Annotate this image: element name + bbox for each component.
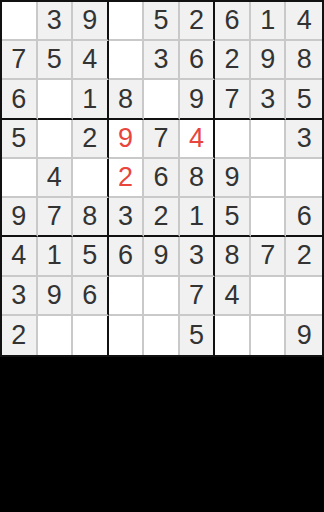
cell-r4c8[interactable] — [251, 120, 287, 159]
cell-r5c7[interactable]: 9 — [215, 159, 251, 198]
cell-r1c7[interactable]: 6 — [215, 2, 251, 41]
sudoku-board: 3952614754362986189735529743426899783215… — [0, 0, 324, 357]
cell-r3c6[interactable]: 9 — [180, 80, 216, 119]
cell-r4c2[interactable] — [38, 120, 74, 159]
cell-r3c7[interactable]: 7 — [215, 80, 251, 119]
cell-r9c2[interactable] — [38, 316, 74, 355]
cell-r2c8[interactable]: 9 — [251, 41, 287, 80]
cell-r5c3[interactable] — [73, 159, 109, 198]
cell-r1c4[interactable] — [109, 2, 145, 41]
cell-r5c4[interactable]: 2 — [109, 159, 145, 198]
cell-r1c3[interactable]: 9 — [73, 2, 109, 41]
cell-r3c5[interactable] — [144, 80, 180, 119]
cell-r2c7[interactable]: 2 — [215, 41, 251, 80]
cell-r4c9[interactable]: 3 — [286, 120, 322, 159]
cell-r8c6[interactable]: 7 — [180, 277, 216, 316]
cell-r9c3[interactable] — [73, 316, 109, 355]
cell-r3c9[interactable]: 5 — [286, 80, 322, 119]
cell-r9c4[interactable] — [109, 316, 145, 355]
cell-r7c9[interactable]: 2 — [286, 237, 322, 276]
cell-r9c1[interactable]: 2 — [2, 316, 38, 355]
cell-r1c1[interactable] — [2, 2, 38, 41]
cell-r5c8[interactable] — [251, 159, 287, 198]
cell-r3c3[interactable]: 1 — [73, 80, 109, 119]
cell-r6c6[interactable]: 1 — [180, 198, 216, 237]
cell-r2c9[interactable]: 8 — [286, 41, 322, 80]
cell-r7c7[interactable]: 8 — [215, 237, 251, 276]
cell-r7c1[interactable]: 4 — [2, 237, 38, 276]
cell-r3c1[interactable]: 6 — [2, 80, 38, 119]
cell-r4c5[interactable]: 7 — [144, 120, 180, 159]
cell-r7c8[interactable]: 7 — [251, 237, 287, 276]
cell-r6c8[interactable] — [251, 198, 287, 237]
cell-r4c6[interactable]: 4 — [180, 120, 216, 159]
cell-r6c5[interactable]: 2 — [144, 198, 180, 237]
cell-r9c5[interactable] — [144, 316, 180, 355]
cell-r8c9[interactable] — [286, 277, 322, 316]
cell-r4c7[interactable] — [215, 120, 251, 159]
cell-r5c6[interactable]: 8 — [180, 159, 216, 198]
cell-r8c7[interactable]: 4 — [215, 277, 251, 316]
cell-r1c6[interactable]: 2 — [180, 2, 216, 41]
cell-r6c3[interactable]: 8 — [73, 198, 109, 237]
cell-r4c3[interactable]: 2 — [73, 120, 109, 159]
cell-r7c6[interactable]: 3 — [180, 237, 216, 276]
cell-r5c9[interactable] — [286, 159, 322, 198]
cell-r1c5[interactable]: 5 — [144, 2, 180, 41]
cell-r2c3[interactable]: 4 — [73, 41, 109, 80]
cell-r1c9[interactable]: 4 — [286, 2, 322, 41]
cell-r1c2[interactable]: 3 — [38, 2, 74, 41]
cell-r8c2[interactable]: 9 — [38, 277, 74, 316]
cell-r5c1[interactable] — [2, 159, 38, 198]
cell-r7c5[interactable]: 9 — [144, 237, 180, 276]
cell-r7c3[interactable]: 5 — [73, 237, 109, 276]
cell-r6c9[interactable]: 6 — [286, 198, 322, 237]
cell-r8c4[interactable] — [109, 277, 145, 316]
cell-r3c8[interactable]: 3 — [251, 80, 287, 119]
cell-r6c1[interactable]: 9 — [2, 198, 38, 237]
cell-r9c7[interactable] — [215, 316, 251, 355]
cell-r4c4[interactable]: 9 — [109, 120, 145, 159]
cell-r2c1[interactable]: 7 — [2, 41, 38, 80]
cell-r8c8[interactable] — [251, 277, 287, 316]
cell-r2c4[interactable] — [109, 41, 145, 80]
cell-r6c7[interactable]: 5 — [215, 198, 251, 237]
cell-r5c2[interactable]: 4 — [38, 159, 74, 198]
cell-r2c6[interactable]: 6 — [180, 41, 216, 80]
cell-r6c4[interactable]: 3 — [109, 198, 145, 237]
background-panel — [0, 357, 324, 512]
cell-r4c1[interactable]: 5 — [2, 120, 38, 159]
cell-r9c8[interactable] — [251, 316, 287, 355]
cell-r3c2[interactable] — [38, 80, 74, 119]
cell-r1c8[interactable]: 1 — [251, 2, 287, 41]
cell-r9c6[interactable]: 5 — [180, 316, 216, 355]
cell-r2c5[interactable]: 3 — [144, 41, 180, 80]
cell-r8c1[interactable]: 3 — [2, 277, 38, 316]
sudoku-screen: 3952614754362986189735529743426899783215… — [0, 0, 324, 512]
cell-r7c4[interactable]: 6 — [109, 237, 145, 276]
cell-r8c5[interactable] — [144, 277, 180, 316]
cell-r9c9[interactable]: 9 — [286, 316, 322, 355]
cell-r8c3[interactable]: 6 — [73, 277, 109, 316]
cell-r5c5[interactable]: 6 — [144, 159, 180, 198]
cell-r3c4[interactable]: 8 — [109, 80, 145, 119]
cell-r7c2[interactable]: 1 — [38, 237, 74, 276]
cell-r2c2[interactable]: 5 — [38, 41, 74, 80]
cell-r6c2[interactable]: 7 — [38, 198, 74, 237]
